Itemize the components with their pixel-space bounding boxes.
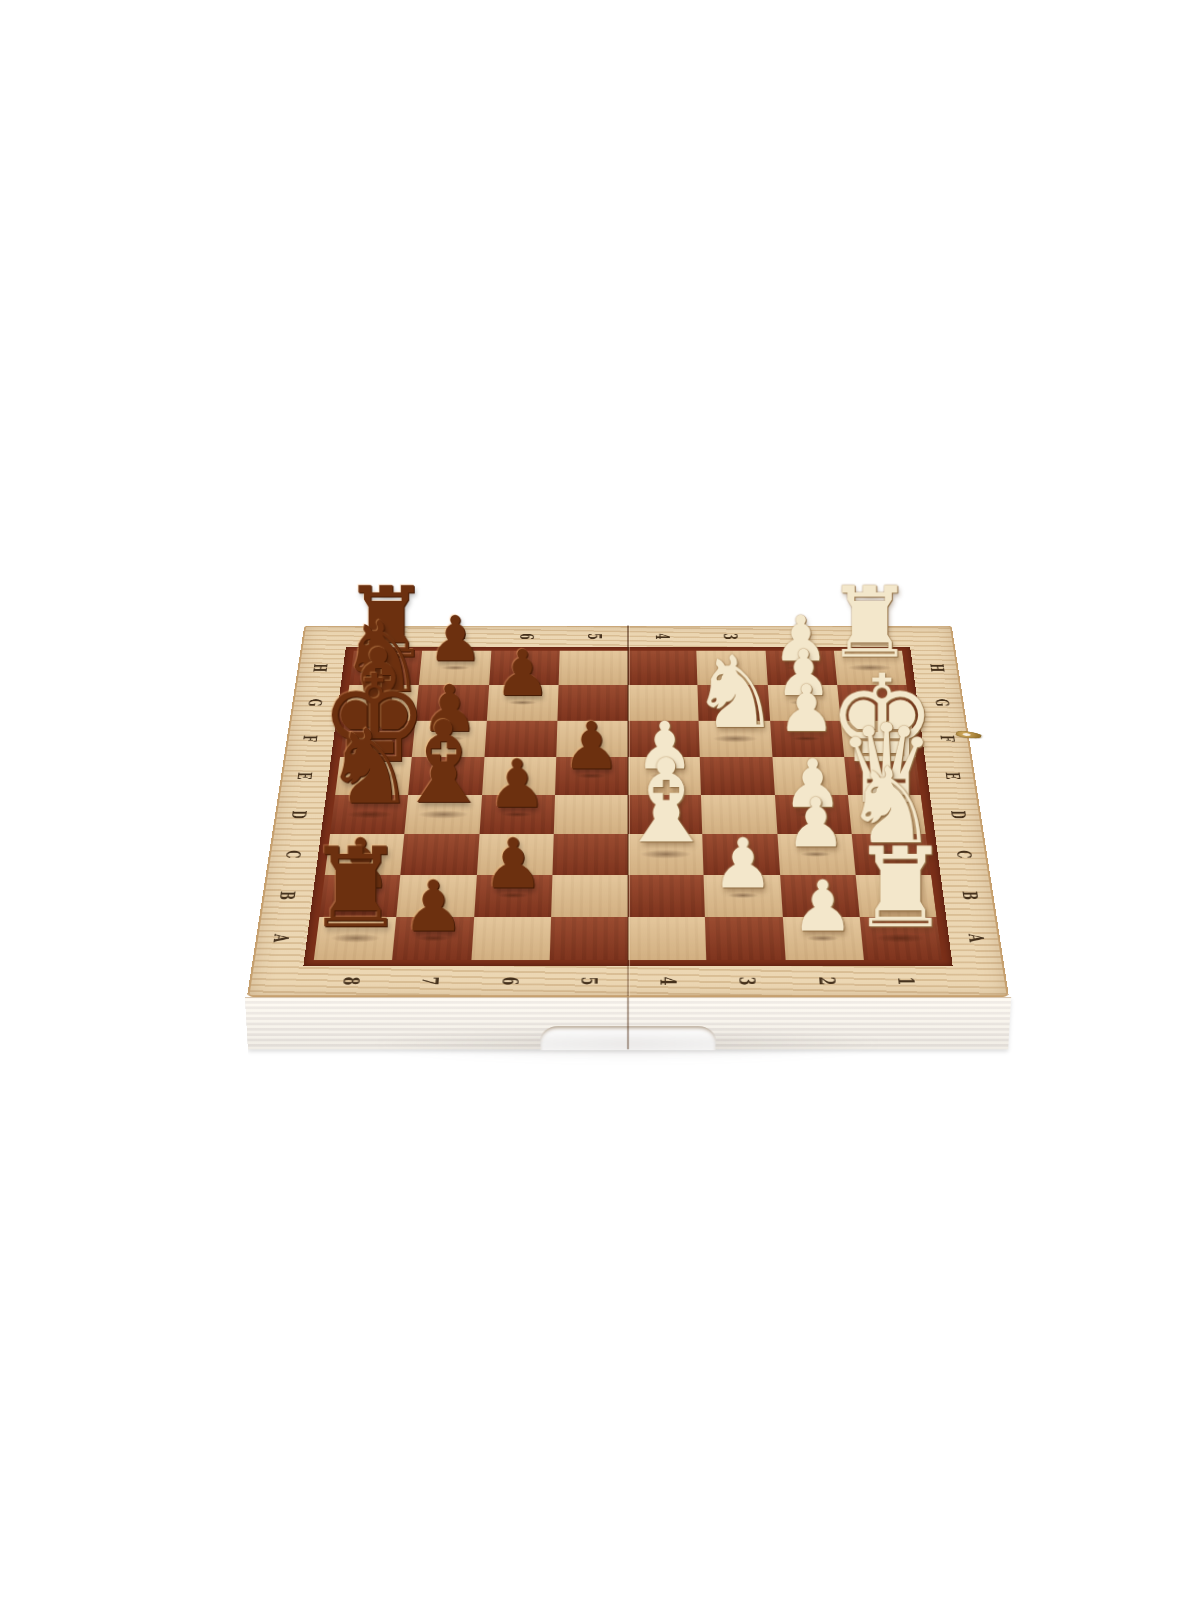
file-label-left-d: D xyxy=(289,810,308,818)
file-label-right-b: B xyxy=(959,891,979,900)
file-label-left-h: H xyxy=(310,664,328,672)
file-label-left-b: B xyxy=(277,891,297,900)
chess-board: 87654321 87654321 HGFEDCBA HGFEDCBA ♜♞♛♚… xyxy=(247,626,1009,997)
pawn-glyph: ♟ xyxy=(786,792,847,856)
file-label-left-c: C xyxy=(283,850,303,858)
rank-label-far-7: 7 xyxy=(447,620,468,653)
pawn-glyph: ♟ xyxy=(482,832,544,898)
file-label-right-h: H xyxy=(927,664,945,672)
file-label-right-d: D xyxy=(948,810,967,818)
board-shadow xyxy=(268,1022,988,1066)
rook-glyph: ♜ xyxy=(306,836,405,941)
bishop-glyph: ♝ xyxy=(614,747,717,856)
file-label-left-f: F xyxy=(300,735,318,741)
knight-glyph: ♞ xyxy=(323,719,415,817)
pawn-glyph: ♟ xyxy=(487,753,547,816)
rank-label-far-1: 1 xyxy=(855,620,877,653)
rank-label-far-8: 8 xyxy=(378,620,400,653)
pawn-glyph: ♟ xyxy=(791,874,854,941)
file-label-left-e: E xyxy=(294,772,313,779)
file-label-right-e: E xyxy=(943,772,962,779)
pawn-glyph: ♟ xyxy=(494,644,551,704)
file-label-right-f: F xyxy=(937,735,955,741)
rook-glyph: ♜ xyxy=(851,836,950,941)
file-label-right-c: C xyxy=(954,850,974,858)
file-label-right-a: A xyxy=(965,934,985,942)
file-label-left-a: A xyxy=(270,934,290,942)
pawn-glyph: ♟ xyxy=(712,832,774,898)
pawn-glyph: ♟ xyxy=(402,874,465,941)
rank-label-far-3: 3 xyxy=(720,620,740,653)
rank-label-far-5: 5 xyxy=(584,620,603,653)
knight-glyph: ♞ xyxy=(691,646,780,741)
pawn-glyph: ♟ xyxy=(562,716,621,778)
rank-label-far-4: 4 xyxy=(653,620,672,653)
rank-label-far-2: 2 xyxy=(788,620,809,653)
rank-label-far-6: 6 xyxy=(516,620,536,653)
file-label-left-g: G xyxy=(305,699,323,706)
